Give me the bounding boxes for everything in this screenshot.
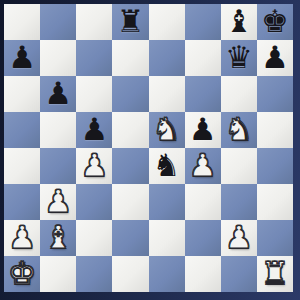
square-c5[interactable]: ♟ (76, 112, 112, 148)
square-c2[interactable] (76, 220, 112, 256)
black-pawn-b6[interactable]: ♟ (44, 78, 72, 109)
square-h2[interactable] (257, 220, 293, 256)
black-bishop-g8[interactable]: ♝ (225, 6, 253, 37)
square-e7[interactable] (149, 40, 185, 76)
square-b5[interactable] (40, 112, 76, 148)
square-e1[interactable] (149, 256, 185, 292)
square-b4[interactable] (40, 148, 76, 184)
square-g8[interactable]: ♝ (221, 4, 257, 40)
square-e5[interactable]: ♞ (149, 112, 185, 148)
square-h7[interactable]: ♟ (257, 40, 293, 76)
square-g4[interactable] (221, 148, 257, 184)
square-d1[interactable] (112, 256, 148, 292)
white-pawn-f4[interactable]: ♟ (189, 150, 217, 181)
square-e2[interactable] (149, 220, 185, 256)
square-c8[interactable] (76, 4, 112, 40)
square-b6[interactable]: ♟ (40, 76, 76, 112)
square-f2[interactable] (185, 220, 221, 256)
chess-board: ♜♝♚♟♛♟♟♟♞♟♞♟♞♟♟♟♝♟♚♜ (4, 4, 293, 292)
square-d5[interactable] (112, 112, 148, 148)
white-pawn-c4[interactable]: ♟ (80, 150, 108, 181)
black-king-h8[interactable]: ♚ (261, 6, 289, 37)
black-queen-g7[interactable]: ♛ (225, 42, 253, 73)
square-f5[interactable]: ♟ (185, 112, 221, 148)
white-king-a1[interactable]: ♚ (8, 258, 36, 289)
square-a3[interactable] (4, 184, 40, 220)
square-b8[interactable] (40, 4, 76, 40)
black-pawn-a7[interactable]: ♟ (8, 42, 36, 73)
square-c6[interactable] (76, 76, 112, 112)
square-a6[interactable] (4, 76, 40, 112)
black-pawn-h7[interactable]: ♟ (261, 42, 289, 73)
white-bishop-b2[interactable]: ♝ (44, 222, 72, 253)
white-pawn-a2[interactable]: ♟ (8, 222, 36, 253)
square-a4[interactable] (4, 148, 40, 184)
square-h6[interactable] (257, 76, 293, 112)
square-e8[interactable] (149, 4, 185, 40)
square-a8[interactable] (4, 4, 40, 40)
square-h3[interactable] (257, 184, 293, 220)
square-f7[interactable] (185, 40, 221, 76)
square-g2[interactable]: ♟ (221, 220, 257, 256)
white-rook-h1[interactable]: ♜ (261, 258, 289, 289)
square-e3[interactable] (149, 184, 185, 220)
square-h8[interactable]: ♚ (257, 4, 293, 40)
black-pawn-f5[interactable]: ♟ (189, 114, 217, 145)
square-a5[interactable] (4, 112, 40, 148)
square-c1[interactable] (76, 256, 112, 292)
square-e6[interactable] (149, 76, 185, 112)
square-b7[interactable] (40, 40, 76, 76)
square-b3[interactable]: ♟ (40, 184, 76, 220)
square-g6[interactable] (221, 76, 257, 112)
square-d8[interactable]: ♜ (112, 4, 148, 40)
square-f1[interactable] (185, 256, 221, 292)
white-knight-e5[interactable]: ♞ (153, 114, 181, 145)
square-g7[interactable]: ♛ (221, 40, 257, 76)
black-rook-d8[interactable]: ♜ (117, 6, 145, 37)
square-b2[interactable]: ♝ (40, 220, 76, 256)
chess-diagram: ♜♝♚♟♛♟♟♟♞♟♞♟♞♟♟♟♝♟♚♜ (0, 0, 300, 300)
white-pawn-b3[interactable]: ♟ (44, 186, 72, 217)
square-d2[interactable] (112, 220, 148, 256)
square-a2[interactable]: ♟ (4, 220, 40, 256)
square-g1[interactable] (221, 256, 257, 292)
square-b1[interactable] (40, 256, 76, 292)
square-h5[interactable] (257, 112, 293, 148)
black-knight-e4[interactable]: ♞ (153, 150, 181, 181)
square-d6[interactable] (112, 76, 148, 112)
square-g5[interactable]: ♞ (221, 112, 257, 148)
square-f3[interactable] (185, 184, 221, 220)
square-c4[interactable]: ♟ (76, 148, 112, 184)
square-c3[interactable] (76, 184, 112, 220)
square-h1[interactable]: ♜ (257, 256, 293, 292)
square-d7[interactable] (112, 40, 148, 76)
square-f8[interactable] (185, 4, 221, 40)
square-a1[interactable]: ♚ (4, 256, 40, 292)
black-pawn-c5[interactable]: ♟ (80, 114, 108, 145)
square-c7[interactable] (76, 40, 112, 76)
square-a7[interactable]: ♟ (4, 40, 40, 76)
square-h4[interactable] (257, 148, 293, 184)
square-g3[interactable] (221, 184, 257, 220)
white-pawn-g2[interactable]: ♟ (225, 222, 253, 253)
square-d4[interactable] (112, 148, 148, 184)
white-knight-g5[interactable]: ♞ (225, 114, 253, 145)
square-f4[interactable]: ♟ (185, 148, 221, 184)
square-e4[interactable]: ♞ (149, 148, 185, 184)
square-f6[interactable] (185, 76, 221, 112)
square-d3[interactable] (112, 184, 148, 220)
